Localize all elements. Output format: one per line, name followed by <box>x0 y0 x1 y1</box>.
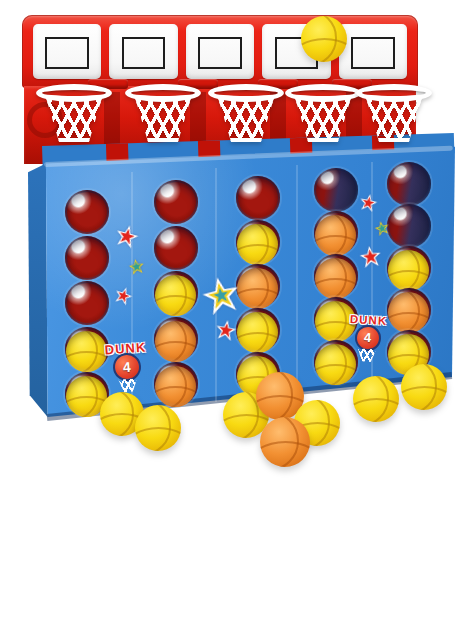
hole-shadow-overlay <box>65 236 109 280</box>
net-mesh <box>363 96 425 142</box>
board-cell-c1-r3[interactable] <box>65 281 109 325</box>
yellow-loose-ball[interactable] <box>401 364 447 410</box>
backboard-bar <box>22 15 418 88</box>
yellow-loose-ball[interactable] <box>135 405 181 451</box>
backboard-target-rect <box>45 37 89 70</box>
teal-star-sticker <box>128 258 145 275</box>
backboard-target-rect <box>122 37 166 70</box>
basket-net-4[interactable] <box>285 84 361 152</box>
backboard-target-rect <box>198 37 242 70</box>
orange-ball-in-cell[interactable] <box>315 258 356 299</box>
board-cell-c5-r3[interactable] <box>387 246 431 290</box>
board-cell-c4-r2[interactable] <box>314 211 358 255</box>
yellow-ball-in-cell[interactable] <box>66 331 107 372</box>
hole-shadow-overlay <box>387 162 431 206</box>
backboard-5 <box>339 24 407 79</box>
game-board <box>28 145 455 417</box>
board-cell-c2-r3[interactable] <box>154 271 198 315</box>
dunk4-product-scene: DUNK 4 DUNK 4 <box>0 0 471 628</box>
backboard-3 <box>186 24 254 79</box>
board-cell-c3-r1[interactable] <box>236 176 280 220</box>
net-mesh <box>43 96 105 142</box>
board-cell-c2-r5[interactable] <box>154 362 198 406</box>
hole-shadow-overlay <box>65 281 109 325</box>
yellow-ball-in-cell[interactable] <box>237 224 278 265</box>
logo-net-icon <box>117 378 140 393</box>
backboard-2 <box>109 24 177 79</box>
board-cell-c5-r4[interactable] <box>387 288 431 332</box>
red-star-sticker <box>359 245 383 269</box>
orange-ball-in-cell[interactable] <box>155 321 196 362</box>
yellow-ball-in-cell[interactable] <box>388 250 429 291</box>
net-mesh <box>292 96 354 142</box>
hole-shadow-overlay <box>154 226 198 270</box>
backboard-target-rect <box>351 37 395 70</box>
red-star-sticker <box>214 318 237 341</box>
board-cell-c2-r2[interactable] <box>154 226 198 270</box>
dunk4-logo: DUNK 4 <box>104 341 149 394</box>
basket-net-1[interactable] <box>36 84 112 152</box>
orange-ball-in-cell[interactable] <box>388 292 429 333</box>
dunk4-logo: DUNK 4 <box>348 314 388 362</box>
basket-net-5[interactable] <box>356 84 432 152</box>
red-star-sticker <box>358 192 378 212</box>
hole-shadow-overlay <box>154 180 198 224</box>
basket-net-2[interactable] <box>125 84 201 152</box>
mold-seam <box>296 165 298 395</box>
board-cell-c1-r4[interactable] <box>65 327 109 371</box>
board-cell-c3-r2[interactable] <box>236 220 280 264</box>
board-cell-c4-r1[interactable] <box>314 168 358 212</box>
yellow-ball-in-cell[interactable] <box>155 275 196 316</box>
logo-number: 4 <box>364 330 372 345</box>
hole-shadow-overlay <box>65 190 109 234</box>
board-cell-c3-r3[interactable] <box>236 264 280 308</box>
orange-ball-in-cell[interactable] <box>237 268 278 309</box>
yellow-loose-ball[interactable] <box>353 376 399 422</box>
yellow-ball-in-cell[interactable] <box>237 312 278 353</box>
board-cell-c5-r2[interactable] <box>387 204 431 248</box>
logo-number: 4 <box>122 359 131 376</box>
logo-net-icon <box>355 348 378 362</box>
orange-ball-in-cell[interactable] <box>315 215 356 256</box>
orange-loose-ball[interactable] <box>260 417 310 467</box>
net-mesh <box>132 96 194 142</box>
basket-net-3[interactable] <box>208 84 284 152</box>
big-star-sticker <box>200 274 243 317</box>
logo-basketball: 4 <box>112 352 142 382</box>
hole-shadow-overlay <box>314 168 358 212</box>
backboard-1 <box>33 24 101 79</box>
board-cell-c5-r1[interactable] <box>387 162 431 206</box>
board-cell-c4-r3[interactable] <box>314 254 358 298</box>
board-cell-c2-r1[interactable] <box>154 180 198 224</box>
ball-on-backboard[interactable] <box>301 16 347 62</box>
orange-ball-in-cell[interactable] <box>155 366 196 407</box>
net-mesh <box>215 96 277 142</box>
board-cell-c3-r4[interactable] <box>236 308 280 352</box>
board-cell-c2-r4[interactable] <box>154 317 198 361</box>
board-cell-c1-r1[interactable] <box>65 190 109 234</box>
hole-shadow-overlay <box>387 204 431 248</box>
board-cell-c1-r2[interactable] <box>65 236 109 280</box>
hole-shadow-overlay <box>236 176 280 220</box>
logo-basketball: 4 <box>354 324 381 351</box>
